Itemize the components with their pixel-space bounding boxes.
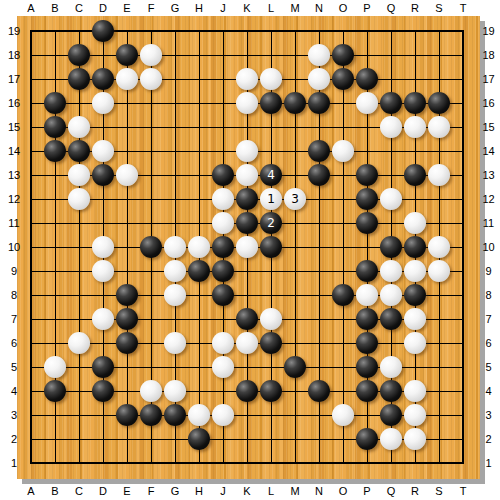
- intersection-T3[interactable]: [451, 403, 475, 427]
- intersection-T17[interactable]: [451, 67, 475, 91]
- intersection-F6[interactable]: [139, 331, 163, 355]
- intersection-P16[interactable]: [355, 91, 379, 115]
- intersection-O4[interactable]: [331, 379, 355, 403]
- intersection-J3[interactable]: [211, 403, 235, 427]
- intersection-Q18[interactable]: [379, 43, 403, 67]
- intersection-D6[interactable]: [91, 331, 115, 355]
- intersection-H7[interactable]: [187, 307, 211, 331]
- intersection-H15[interactable]: [187, 115, 211, 139]
- intersection-K11[interactable]: [235, 211, 259, 235]
- intersection-G13[interactable]: [163, 163, 187, 187]
- intersection-N11[interactable]: [307, 211, 331, 235]
- intersection-F10[interactable]: [139, 235, 163, 259]
- intersection-N1[interactable]: [307, 451, 331, 475]
- intersection-C8[interactable]: [67, 283, 91, 307]
- intersection-F16[interactable]: [139, 91, 163, 115]
- intersection-C17[interactable]: [67, 67, 91, 91]
- intersection-D11[interactable]: [91, 211, 115, 235]
- intersection-K4[interactable]: [235, 379, 259, 403]
- intersection-B4[interactable]: [43, 379, 67, 403]
- intersection-O17[interactable]: [331, 67, 355, 91]
- intersection-N8[interactable]: [307, 283, 331, 307]
- intersection-C1[interactable]: [67, 451, 91, 475]
- intersection-N15[interactable]: [307, 115, 331, 139]
- intersection-J18[interactable]: [211, 43, 235, 67]
- intersection-S14[interactable]: [427, 139, 451, 163]
- intersection-K16[interactable]: [235, 91, 259, 115]
- intersection-T13[interactable]: [451, 163, 475, 187]
- intersection-D9[interactable]: [91, 259, 115, 283]
- intersection-G2[interactable]: [163, 427, 187, 451]
- intersection-C9[interactable]: [67, 259, 91, 283]
- intersection-D8[interactable]: [91, 283, 115, 307]
- intersection-D4[interactable]: [91, 379, 115, 403]
- intersection-F15[interactable]: [139, 115, 163, 139]
- intersection-P19[interactable]: [355, 19, 379, 43]
- intersection-G9[interactable]: [163, 259, 187, 283]
- intersection-M13[interactable]: [283, 163, 307, 187]
- intersection-N14[interactable]: [307, 139, 331, 163]
- intersection-K15[interactable]: [235, 115, 259, 139]
- intersection-N18[interactable]: [307, 43, 331, 67]
- intersection-S8[interactable]: [427, 283, 451, 307]
- intersection-S4[interactable]: [427, 379, 451, 403]
- intersection-N12[interactable]: [307, 187, 331, 211]
- intersection-T11[interactable]: [451, 211, 475, 235]
- intersection-D2[interactable]: [91, 427, 115, 451]
- intersection-G4[interactable]: [163, 379, 187, 403]
- intersection-R9[interactable]: [403, 259, 427, 283]
- intersection-H14[interactable]: [187, 139, 211, 163]
- intersection-M8[interactable]: [283, 283, 307, 307]
- intersection-S13[interactable]: [427, 163, 451, 187]
- intersection-L2[interactable]: [259, 427, 283, 451]
- intersection-R19[interactable]: [403, 19, 427, 43]
- intersection-N10[interactable]: [307, 235, 331, 259]
- intersection-J17[interactable]: [211, 67, 235, 91]
- intersection-B2[interactable]: [43, 427, 67, 451]
- intersection-H19[interactable]: [187, 19, 211, 43]
- intersection-O10[interactable]: [331, 235, 355, 259]
- intersection-S7[interactable]: [427, 307, 451, 331]
- intersection-F4[interactable]: [139, 379, 163, 403]
- intersection-M10[interactable]: [283, 235, 307, 259]
- intersection-S6[interactable]: [427, 331, 451, 355]
- intersection-R14[interactable]: [403, 139, 427, 163]
- intersection-C14[interactable]: [67, 139, 91, 163]
- intersection-G7[interactable]: [163, 307, 187, 331]
- intersection-D18[interactable]: [91, 43, 115, 67]
- intersection-T8[interactable]: [451, 283, 475, 307]
- intersection-S10[interactable]: [427, 235, 451, 259]
- intersection-G3[interactable]: [163, 403, 187, 427]
- intersection-H11[interactable]: [187, 211, 211, 235]
- intersection-T12[interactable]: [451, 187, 475, 211]
- intersection-O6[interactable]: [331, 331, 355, 355]
- intersection-P11[interactable]: [355, 211, 379, 235]
- intersection-L4[interactable]: [259, 379, 283, 403]
- intersection-M1[interactable]: [283, 451, 307, 475]
- intersection-F18[interactable]: [139, 43, 163, 67]
- intersection-L6[interactable]: [259, 331, 283, 355]
- intersection-C15[interactable]: [67, 115, 91, 139]
- intersection-L9[interactable]: [259, 259, 283, 283]
- intersection-H9[interactable]: [187, 259, 211, 283]
- intersection-C18[interactable]: [67, 43, 91, 67]
- intersection-C13[interactable]: [67, 163, 91, 187]
- intersection-F19[interactable]: [139, 19, 163, 43]
- intersection-J15[interactable]: [211, 115, 235, 139]
- intersection-S17[interactable]: [427, 67, 451, 91]
- intersection-E16[interactable]: [115, 91, 139, 115]
- intersection-H12[interactable]: [187, 187, 211, 211]
- intersection-L16[interactable]: [259, 91, 283, 115]
- intersection-O7[interactable]: [331, 307, 355, 331]
- intersection-Q11[interactable]: [379, 211, 403, 235]
- intersection-T1[interactable]: [451, 451, 475, 475]
- intersection-C19[interactable]: [67, 19, 91, 43]
- intersection-G18[interactable]: [163, 43, 187, 67]
- intersection-M16[interactable]: [283, 91, 307, 115]
- intersection-B7[interactable]: [43, 307, 67, 331]
- intersection-C12[interactable]: [67, 187, 91, 211]
- intersection-D17[interactable]: [91, 67, 115, 91]
- intersection-N17[interactable]: [307, 67, 331, 91]
- intersection-N2[interactable]: [307, 427, 331, 451]
- intersection-L5[interactable]: [259, 355, 283, 379]
- intersection-G5[interactable]: [163, 355, 187, 379]
- intersection-S18[interactable]: [427, 43, 451, 67]
- intersection-S3[interactable]: [427, 403, 451, 427]
- intersection-R1[interactable]: [403, 451, 427, 475]
- intersection-D3[interactable]: [91, 403, 115, 427]
- intersection-E1[interactable]: [115, 451, 139, 475]
- intersection-M12[interactable]: 3: [283, 187, 307, 211]
- intersection-S12[interactable]: [427, 187, 451, 211]
- intersection-F2[interactable]: [139, 427, 163, 451]
- intersection-P7[interactable]: [355, 307, 379, 331]
- intersection-O8[interactable]: [331, 283, 355, 307]
- intersection-H18[interactable]: [187, 43, 211, 67]
- intersection-E3[interactable]: [115, 403, 139, 427]
- intersection-J10[interactable]: [211, 235, 235, 259]
- intersection-N7[interactable]: [307, 307, 331, 331]
- intersection-M15[interactable]: [283, 115, 307, 139]
- intersection-J11[interactable]: [211, 211, 235, 235]
- intersection-F9[interactable]: [139, 259, 163, 283]
- intersection-F11[interactable]: [139, 211, 163, 235]
- intersection-H16[interactable]: [187, 91, 211, 115]
- intersection-N4[interactable]: [307, 379, 331, 403]
- intersection-M11[interactable]: [283, 211, 307, 235]
- intersection-T16[interactable]: [451, 91, 475, 115]
- intersection-N6[interactable]: [307, 331, 331, 355]
- intersection-S5[interactable]: [427, 355, 451, 379]
- intersection-N3[interactable]: [307, 403, 331, 427]
- intersection-G11[interactable]: [163, 211, 187, 235]
- intersection-O15[interactable]: [331, 115, 355, 139]
- intersection-K17[interactable]: [235, 67, 259, 91]
- intersection-T15[interactable]: [451, 115, 475, 139]
- intersection-Q15[interactable]: [379, 115, 403, 139]
- intersection-F1[interactable]: [139, 451, 163, 475]
- intersection-H2[interactable]: [187, 427, 211, 451]
- intersection-F8[interactable]: [139, 283, 163, 307]
- intersection-L14[interactable]: [259, 139, 283, 163]
- intersection-P4[interactable]: [355, 379, 379, 403]
- intersection-C5[interactable]: [67, 355, 91, 379]
- intersection-E18[interactable]: [115, 43, 139, 67]
- intersection-E17[interactable]: [115, 67, 139, 91]
- intersection-O12[interactable]: [331, 187, 355, 211]
- intersection-B9[interactable]: [43, 259, 67, 283]
- intersection-J2[interactable]: [211, 427, 235, 451]
- intersection-E8[interactable]: [115, 283, 139, 307]
- intersection-Q3[interactable]: [379, 403, 403, 427]
- intersection-F12[interactable]: [139, 187, 163, 211]
- intersection-G8[interactable]: [163, 283, 187, 307]
- intersection-L18[interactable]: [259, 43, 283, 67]
- intersection-Q16[interactable]: [379, 91, 403, 115]
- intersection-T9[interactable]: [451, 259, 475, 283]
- intersection-P5[interactable]: [355, 355, 379, 379]
- intersection-E19[interactable]: [115, 19, 139, 43]
- intersection-K14[interactable]: [235, 139, 259, 163]
- intersection-B19[interactable]: [43, 19, 67, 43]
- intersection-P10[interactable]: [355, 235, 379, 259]
- intersection-K2[interactable]: [235, 427, 259, 451]
- intersection-O11[interactable]: [331, 211, 355, 235]
- intersection-P1[interactable]: [355, 451, 379, 475]
- intersection-B5[interactable]: [43, 355, 67, 379]
- intersection-F7[interactable]: [139, 307, 163, 331]
- intersection-D16[interactable]: [91, 91, 115, 115]
- intersection-J1[interactable]: [211, 451, 235, 475]
- intersection-B14[interactable]: [43, 139, 67, 163]
- intersection-O5[interactable]: [331, 355, 355, 379]
- intersection-J7[interactable]: [211, 307, 235, 331]
- intersection-G19[interactable]: [163, 19, 187, 43]
- intersection-G17[interactable]: [163, 67, 187, 91]
- intersection-R2[interactable]: [403, 427, 427, 451]
- intersection-R3[interactable]: [403, 403, 427, 427]
- intersection-L7[interactable]: [259, 307, 283, 331]
- intersection-T10[interactable]: [451, 235, 475, 259]
- intersection-D15[interactable]: [91, 115, 115, 139]
- intersection-E5[interactable]: [115, 355, 139, 379]
- intersection-S16[interactable]: [427, 91, 451, 115]
- intersection-O2[interactable]: [331, 427, 355, 451]
- intersection-L3[interactable]: [259, 403, 283, 427]
- intersection-N19[interactable]: [307, 19, 331, 43]
- intersection-M7[interactable]: [283, 307, 307, 331]
- intersection-G15[interactable]: [163, 115, 187, 139]
- intersection-C10[interactable]: [67, 235, 91, 259]
- intersection-C2[interactable]: [67, 427, 91, 451]
- intersection-F14[interactable]: [139, 139, 163, 163]
- intersection-S9[interactable]: [427, 259, 451, 283]
- intersection-N5[interactable]: [307, 355, 331, 379]
- intersection-B17[interactable]: [43, 67, 67, 91]
- intersection-B18[interactable]: [43, 43, 67, 67]
- intersection-J4[interactable]: [211, 379, 235, 403]
- intersection-T6[interactable]: [451, 331, 475, 355]
- intersection-M2[interactable]: [283, 427, 307, 451]
- intersection-Q13[interactable]: [379, 163, 403, 187]
- intersection-T2[interactable]: [451, 427, 475, 451]
- intersection-O19[interactable]: [331, 19, 355, 43]
- intersection-P12[interactable]: [355, 187, 379, 211]
- intersection-N9[interactable]: [307, 259, 331, 283]
- intersection-M6[interactable]: [283, 331, 307, 355]
- intersection-Q5[interactable]: [379, 355, 403, 379]
- intersection-R12[interactable]: [403, 187, 427, 211]
- intersection-Q10[interactable]: [379, 235, 403, 259]
- intersection-D13[interactable]: [91, 163, 115, 187]
- intersection-B10[interactable]: [43, 235, 67, 259]
- intersection-M4[interactable]: [283, 379, 307, 403]
- intersection-J6[interactable]: [211, 331, 235, 355]
- intersection-Q2[interactable]: [379, 427, 403, 451]
- intersection-L12[interactable]: 1: [259, 187, 283, 211]
- intersection-R6[interactable]: [403, 331, 427, 355]
- intersection-L13[interactable]: 4: [259, 163, 283, 187]
- intersection-R13[interactable]: [403, 163, 427, 187]
- intersection-L17[interactable]: [259, 67, 283, 91]
- intersection-F5[interactable]: [139, 355, 163, 379]
- intersection-R5[interactable]: [403, 355, 427, 379]
- intersection-K18[interactable]: [235, 43, 259, 67]
- intersection-H5[interactable]: [187, 355, 211, 379]
- intersection-H6[interactable]: [187, 331, 211, 355]
- intersection-H17[interactable]: [187, 67, 211, 91]
- intersection-R17[interactable]: [403, 67, 427, 91]
- intersection-D7[interactable]: [91, 307, 115, 331]
- intersection-O18[interactable]: [331, 43, 355, 67]
- intersection-D19[interactable]: [91, 19, 115, 43]
- intersection-S2[interactable]: [427, 427, 451, 451]
- intersection-K5[interactable]: [235, 355, 259, 379]
- intersection-J12[interactable]: [211, 187, 235, 211]
- intersection-J19[interactable]: [211, 19, 235, 43]
- intersection-R10[interactable]: [403, 235, 427, 259]
- intersection-S1[interactable]: [427, 451, 451, 475]
- intersection-G16[interactable]: [163, 91, 187, 115]
- intersection-H1[interactable]: [187, 451, 211, 475]
- intersection-C11[interactable]: [67, 211, 91, 235]
- intersection-R11[interactable]: [403, 211, 427, 235]
- intersection-Q14[interactable]: [379, 139, 403, 163]
- intersection-J14[interactable]: [211, 139, 235, 163]
- intersection-N13[interactable]: [307, 163, 331, 187]
- intersection-T19[interactable]: [451, 19, 475, 43]
- intersection-M18[interactable]: [283, 43, 307, 67]
- intersection-G1[interactable]: [163, 451, 187, 475]
- intersection-K3[interactable]: [235, 403, 259, 427]
- intersection-E14[interactable]: [115, 139, 139, 163]
- intersection-T18[interactable]: [451, 43, 475, 67]
- intersection-C7[interactable]: [67, 307, 91, 331]
- intersection-K8[interactable]: [235, 283, 259, 307]
- intersection-Q19[interactable]: [379, 19, 403, 43]
- intersection-Q1[interactable]: [379, 451, 403, 475]
- intersection-Q7[interactable]: [379, 307, 403, 331]
- intersection-R4[interactable]: [403, 379, 427, 403]
- intersection-S19[interactable]: [427, 19, 451, 43]
- intersection-P14[interactable]: [355, 139, 379, 163]
- intersection-P2[interactable]: [355, 427, 379, 451]
- intersection-E7[interactable]: [115, 307, 139, 331]
- intersection-O14[interactable]: [331, 139, 355, 163]
- intersection-E2[interactable]: [115, 427, 139, 451]
- intersection-O16[interactable]: [331, 91, 355, 115]
- intersection-K12[interactable]: [235, 187, 259, 211]
- intersection-L1[interactable]: [259, 451, 283, 475]
- intersection-R8[interactable]: [403, 283, 427, 307]
- intersection-O9[interactable]: [331, 259, 355, 283]
- intersection-Q8[interactable]: [379, 283, 403, 307]
- intersection-R16[interactable]: [403, 91, 427, 115]
- intersection-T4[interactable]: [451, 379, 475, 403]
- intersection-B12[interactable]: [43, 187, 67, 211]
- intersection-C4[interactable]: [67, 379, 91, 403]
- intersection-B15[interactable]: [43, 115, 67, 139]
- intersection-F17[interactable]: [139, 67, 163, 91]
- intersection-K10[interactable]: [235, 235, 259, 259]
- intersection-K19[interactable]: [235, 19, 259, 43]
- intersection-L10[interactable]: [259, 235, 283, 259]
- intersection-P17[interactable]: [355, 67, 379, 91]
- intersection-P15[interactable]: [355, 115, 379, 139]
- intersection-G10[interactable]: [163, 235, 187, 259]
- intersection-M9[interactable]: [283, 259, 307, 283]
- intersection-H8[interactable]: [187, 283, 211, 307]
- intersection-L15[interactable]: [259, 115, 283, 139]
- intersection-S11[interactable]: [427, 211, 451, 235]
- intersection-B1[interactable]: [43, 451, 67, 475]
- intersection-F3[interactable]: [139, 403, 163, 427]
- intersection-L11[interactable]: 2: [259, 211, 283, 235]
- intersection-J9[interactable]: [211, 259, 235, 283]
- intersection-Q17[interactable]: [379, 67, 403, 91]
- intersection-G14[interactable]: [163, 139, 187, 163]
- intersection-B8[interactable]: [43, 283, 67, 307]
- intersection-E11[interactable]: [115, 211, 139, 235]
- intersection-H4[interactable]: [187, 379, 211, 403]
- intersection-Q9[interactable]: [379, 259, 403, 283]
- intersection-Q4[interactable]: [379, 379, 403, 403]
- intersection-C16[interactable]: [67, 91, 91, 115]
- intersection-M19[interactable]: [283, 19, 307, 43]
- intersection-Q6[interactable]: [379, 331, 403, 355]
- intersection-R18[interactable]: [403, 43, 427, 67]
- intersection-D1[interactable]: [91, 451, 115, 475]
- intersection-P8[interactable]: [355, 283, 379, 307]
- intersection-K7[interactable]: [235, 307, 259, 331]
- intersection-L8[interactable]: [259, 283, 283, 307]
- intersection-P9[interactable]: [355, 259, 379, 283]
- intersection-D14[interactable]: [91, 139, 115, 163]
- intersection-K13[interactable]: [235, 163, 259, 187]
- intersection-L19[interactable]: [259, 19, 283, 43]
- intersection-C6[interactable]: [67, 331, 91, 355]
- intersection-E15[interactable]: [115, 115, 139, 139]
- intersection-O3[interactable]: [331, 403, 355, 427]
- intersection-F13[interactable]: [139, 163, 163, 187]
- intersection-J13[interactable]: [211, 163, 235, 187]
- intersection-P18[interactable]: [355, 43, 379, 67]
- intersection-H13[interactable]: [187, 163, 211, 187]
